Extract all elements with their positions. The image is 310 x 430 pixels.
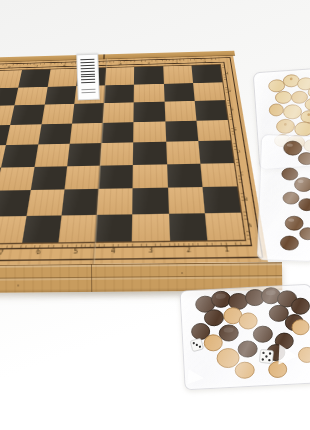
square-3-5 (133, 121, 165, 142)
square-2-6 (164, 101, 196, 121)
square-5-5 (133, 164, 168, 188)
square-5-2 (30, 166, 67, 190)
coord-label: C (235, 162, 248, 186)
coord-label: A (243, 212, 257, 240)
square-4-4 (100, 142, 133, 165)
square-6-4 (97, 188, 133, 214)
checkers-and-dice (181, 285, 310, 390)
square-3-7 (196, 120, 230, 141)
square-2-4 (103, 102, 134, 122)
square-6-3 (61, 189, 98, 215)
square-4-6 (166, 141, 200, 164)
square-6-5 (133, 188, 169, 214)
square-4-5 (133, 142, 166, 165)
square-0-4 (105, 67, 134, 85)
coord-label: 2 (170, 242, 209, 256)
coord-label: 1 (207, 242, 247, 256)
square-6-2 (26, 189, 64, 215)
square-5-4 (98, 165, 133, 189)
square-3-6 (165, 120, 198, 141)
barcode-sticker (76, 54, 100, 101)
square-4-3 (67, 143, 101, 166)
square-3-3 (69, 122, 102, 143)
square-4-7 (198, 140, 234, 163)
square-7-2 (22, 215, 62, 243)
square-1-1 (15, 86, 48, 105)
square-0-7 (191, 65, 222, 83)
coord-label: H (221, 65, 232, 82)
board-grid (0, 65, 245, 244)
coord-label: 4 (106, 61, 134, 68)
square-1-7 (193, 82, 225, 101)
coord-label: F (226, 100, 237, 120)
square-7-5 (132, 213, 169, 241)
coord-label: 7 (0, 245, 21, 258)
coord-label: G (224, 82, 235, 100)
bag-crinkle (187, 368, 205, 384)
square-0-1 (19, 69, 51, 87)
coord-label: 4 (94, 243, 132, 256)
chess-board-surface: 87654321 87654321 HGFEDCBA (0, 55, 268, 266)
coord-label: 1 (191, 58, 220, 65)
square-6-6 (167, 187, 204, 213)
square-0-6 (163, 66, 193, 84)
coords-bottom: 87654321 (0, 242, 247, 259)
square-1-6 (163, 83, 194, 102)
square-7-3 (58, 214, 97, 242)
square-3-1 (6, 124, 41, 145)
coord-label: 6 (50, 62, 79, 69)
square-5-3 (64, 165, 100, 189)
coord-label: 7 (22, 63, 51, 70)
square-5-1 (0, 166, 34, 190)
square-4-1 (1, 144, 37, 167)
square-7-7 (205, 212, 245, 240)
square-3-4 (101, 122, 133, 143)
square-2-2 (41, 104, 74, 124)
square-3-2 (38, 123, 72, 144)
coord-label: 6 (19, 244, 58, 257)
coord-label: E (229, 119, 241, 140)
square-7-4 (95, 214, 132, 242)
coord-label: 5 (56, 244, 94, 257)
square-5-6 (167, 163, 203, 187)
coord-label: 3 (134, 60, 162, 67)
product-photo-scene: 87654321 87654321 HGFEDCBA (0, 0, 310, 430)
square-7-6 (168, 213, 207, 241)
coord-label: 2 (163, 59, 192, 66)
bag-checkers-dice (179, 284, 310, 391)
square-0-2 (47, 69, 78, 87)
die-icon (190, 338, 203, 351)
coord-label: 3 (132, 243, 170, 257)
square-1-4 (104, 84, 134, 103)
square-6-7 (202, 186, 241, 212)
die-icon (259, 349, 273, 363)
barcode-lines (80, 59, 95, 85)
dark-chess-pieces (258, 135, 310, 261)
square-2-7 (194, 100, 227, 120)
square-1-5 (134, 83, 164, 102)
square-4-2 (34, 144, 69, 167)
square-2-3 (72, 103, 104, 123)
square-1-2 (44, 86, 76, 105)
square-2-5 (134, 102, 165, 122)
square-2-1 (11, 105, 45, 125)
coord-label: D (232, 140, 244, 162)
square-5-7 (200, 163, 237, 187)
square-0-5 (134, 66, 163, 84)
coord-label: B (239, 186, 253, 212)
bag-dark-pieces (257, 134, 310, 262)
